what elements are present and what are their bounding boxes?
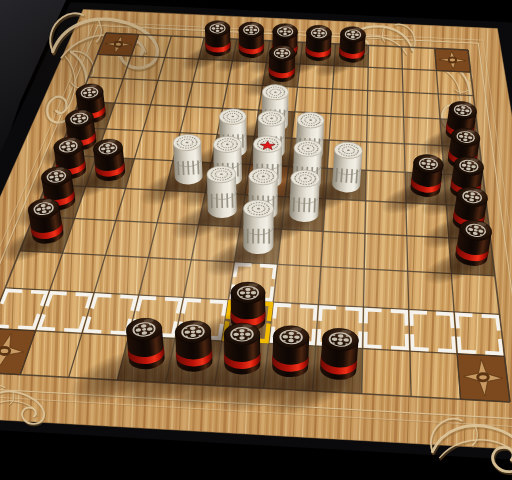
flute-groove bbox=[299, 198, 300, 212]
attacker-cross-motif bbox=[244, 25, 259, 34]
gloss-highlight bbox=[252, 23, 259, 26]
attacker-cross-motif bbox=[274, 48, 290, 58]
defender-piece-f4[interactable] bbox=[243, 200, 273, 254]
hnefatafl-board-scene bbox=[0, 0, 512, 480]
flute-groove bbox=[183, 161, 184, 175]
flute-groove bbox=[178, 161, 179, 175]
game-viewport bbox=[0, 0, 512, 480]
flute-groove bbox=[293, 197, 294, 211]
flute-groove bbox=[304, 198, 305, 212]
attacker-piece-j6[interactable] bbox=[409, 153, 444, 199]
attacker-piece-h1[interactable] bbox=[319, 327, 359, 381]
attacker-cross-motif bbox=[278, 27, 293, 37]
attacker-piece-d1[interactable] bbox=[125, 317, 166, 371]
attacker-cross-motif bbox=[238, 286, 259, 299]
attacker-piece-b6[interactable] bbox=[92, 138, 126, 183]
attacker-cross-motif bbox=[210, 24, 225, 34]
attacker-piece-e1[interactable] bbox=[174, 320, 213, 373]
attacker-cross-motif bbox=[280, 330, 302, 344]
attacker-piece-f1[interactable] bbox=[224, 323, 261, 375]
attacker-cross-motif bbox=[311, 28, 326, 38]
attacker-cross-motif bbox=[231, 327, 253, 341]
flute-groove bbox=[356, 170, 357, 184]
defender-piece-g5[interactable] bbox=[289, 169, 320, 222]
defender-piece-d6[interactable] bbox=[173, 134, 203, 185]
flute-groove bbox=[351, 169, 352, 183]
attacker-piece-h11[interactable] bbox=[338, 26, 366, 64]
flute-groove bbox=[346, 169, 347, 183]
flute-groove bbox=[309, 198, 310, 212]
flute-groove bbox=[193, 161, 194, 175]
attacker-cross-motif bbox=[182, 325, 204, 339]
flute-groove bbox=[341, 168, 342, 182]
attacker-piece-g1[interactable] bbox=[272, 325, 310, 377]
flute-groove bbox=[188, 161, 189, 175]
flute-groove bbox=[314, 198, 315, 212]
defender-piece-e5[interactable] bbox=[207, 166, 237, 219]
attacker-piece-f10[interactable] bbox=[268, 45, 295, 82]
attacker-piece-e11[interactable] bbox=[239, 22, 264, 58]
attacker-piece-g11[interactable] bbox=[305, 25, 332, 62]
flute-groove bbox=[336, 168, 337, 182]
flute-groove bbox=[198, 160, 199, 174]
defender-piece-h6[interactable] bbox=[332, 141, 363, 193]
attacker-piece-d11[interactable] bbox=[205, 20, 231, 56]
